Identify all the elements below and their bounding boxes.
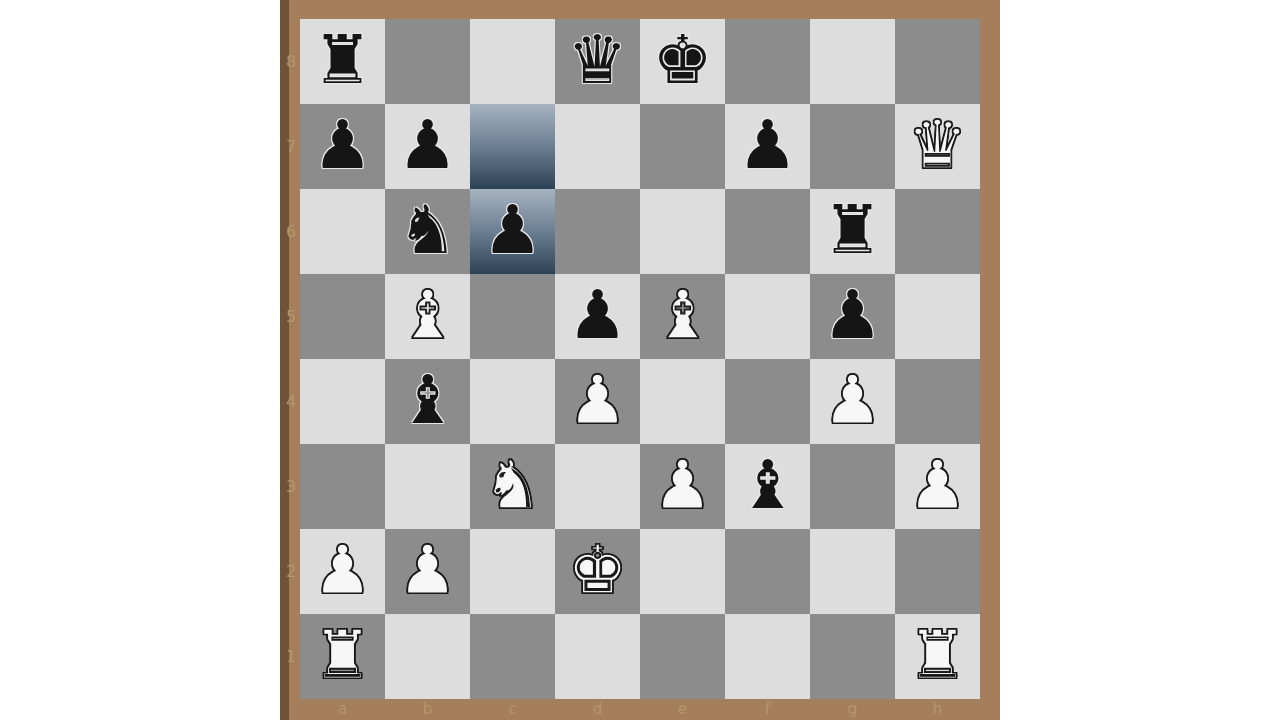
piece-black-pawn-c6[interactable]: ♟ bbox=[470, 189, 555, 274]
square-g7[interactable] bbox=[810, 104, 895, 189]
square-a6[interactable] bbox=[300, 189, 385, 274]
file-label-e: e bbox=[640, 698, 725, 720]
square-e8[interactable]: ♚ bbox=[640, 19, 725, 104]
square-d5[interactable]: ♟ bbox=[555, 274, 640, 359]
square-h5[interactable] bbox=[895, 274, 980, 359]
square-d8[interactable]: ♛ bbox=[555, 19, 640, 104]
file-label-h: h bbox=[895, 698, 980, 720]
piece-white-rook-h1[interactable]: ♜ bbox=[895, 614, 980, 699]
square-h4[interactable] bbox=[895, 359, 980, 444]
file-label-d: d bbox=[555, 698, 640, 720]
piece-white-pawn-d4[interactable]: ♟ bbox=[555, 359, 640, 444]
page: ♜♛♚♟♟♟♛♞♟♜♝♟♝♟♝♟♟♞♟♝♟♟♟♚♜♜ 87654321 abcd… bbox=[0, 0, 1280, 720]
piece-white-pawn-g4[interactable]: ♟ bbox=[810, 359, 895, 444]
square-g3[interactable] bbox=[810, 444, 895, 529]
square-f4[interactable] bbox=[725, 359, 810, 444]
piece-white-king-d2[interactable]: ♚ bbox=[555, 529, 640, 614]
rank-label-3: 3 bbox=[282, 444, 300, 529]
piece-white-rook-a1[interactable]: ♜ bbox=[300, 614, 385, 699]
square-f1[interactable] bbox=[725, 614, 810, 699]
piece-black-king-e8[interactable]: ♚ bbox=[640, 19, 725, 104]
square-c2[interactable] bbox=[470, 529, 555, 614]
piece-white-knight-c3[interactable]: ♞ bbox=[470, 444, 555, 529]
piece-black-pawn-g5[interactable]: ♟ bbox=[810, 274, 895, 359]
piece-black-pawn-a7[interactable]: ♟ bbox=[300, 104, 385, 189]
square-c4[interactable] bbox=[470, 359, 555, 444]
square-b4[interactable]: ♝ bbox=[385, 359, 470, 444]
square-c1[interactable] bbox=[470, 614, 555, 699]
square-d3[interactable] bbox=[555, 444, 640, 529]
square-g6[interactable]: ♜ bbox=[810, 189, 895, 274]
square-e4[interactable] bbox=[640, 359, 725, 444]
square-g1[interactable] bbox=[810, 614, 895, 699]
piece-black-queen-d8[interactable]: ♛ bbox=[555, 19, 640, 104]
square-e3[interactable]: ♟ bbox=[640, 444, 725, 529]
square-c7[interactable] bbox=[470, 104, 555, 189]
square-b8[interactable] bbox=[385, 19, 470, 104]
piece-white-pawn-e3[interactable]: ♟ bbox=[640, 444, 725, 529]
piece-white-pawn-b2[interactable]: ♟ bbox=[385, 529, 470, 614]
square-b1[interactable] bbox=[385, 614, 470, 699]
piece-black-bishop-f3[interactable]: ♝ bbox=[725, 444, 810, 529]
rank-label-8: 8 bbox=[282, 19, 300, 104]
square-f6[interactable] bbox=[725, 189, 810, 274]
square-b6[interactable]: ♞ bbox=[385, 189, 470, 274]
rank-label-1: 1 bbox=[282, 614, 300, 699]
file-label-c: c bbox=[470, 698, 555, 720]
square-h6[interactable] bbox=[895, 189, 980, 274]
chess-board[interactable]: ♜♛♚♟♟♟♛♞♟♜♝♟♝♟♝♟♟♞♟♝♟♟♟♚♜♜ bbox=[300, 19, 980, 699]
square-d7[interactable] bbox=[555, 104, 640, 189]
square-h3[interactable]: ♟ bbox=[895, 444, 980, 529]
square-e7[interactable] bbox=[640, 104, 725, 189]
square-c6[interactable]: ♟ bbox=[470, 189, 555, 274]
piece-black-pawn-b7[interactable]: ♟ bbox=[385, 104, 470, 189]
piece-white-bishop-b5[interactable]: ♝ bbox=[385, 274, 470, 359]
square-b2[interactable]: ♟ bbox=[385, 529, 470, 614]
square-g8[interactable] bbox=[810, 19, 895, 104]
square-a5[interactable] bbox=[300, 274, 385, 359]
square-b5[interactable]: ♝ bbox=[385, 274, 470, 359]
square-e2[interactable] bbox=[640, 529, 725, 614]
square-a7[interactable]: ♟ bbox=[300, 104, 385, 189]
square-g2[interactable] bbox=[810, 529, 895, 614]
rank-label-6: 6 bbox=[282, 189, 300, 274]
file-label-b: b bbox=[385, 698, 470, 720]
rank-label-2: 2 bbox=[282, 529, 300, 614]
square-g4[interactable]: ♟ bbox=[810, 359, 895, 444]
square-d1[interactable] bbox=[555, 614, 640, 699]
square-a3[interactable] bbox=[300, 444, 385, 529]
rank-label-5: 5 bbox=[282, 274, 300, 359]
square-g5[interactable]: ♟ bbox=[810, 274, 895, 359]
square-h8[interactable] bbox=[895, 19, 980, 104]
square-e1[interactable] bbox=[640, 614, 725, 699]
square-f3[interactable]: ♝ bbox=[725, 444, 810, 529]
rank-label-7: 7 bbox=[282, 104, 300, 189]
rank-label-4: 4 bbox=[282, 359, 300, 444]
square-b7[interactable]: ♟ bbox=[385, 104, 470, 189]
square-a4[interactable] bbox=[300, 359, 385, 444]
square-h1[interactable]: ♜ bbox=[895, 614, 980, 699]
square-d6[interactable] bbox=[555, 189, 640, 274]
square-f5[interactable] bbox=[725, 274, 810, 359]
square-h7[interactable]: ♛ bbox=[895, 104, 980, 189]
piece-black-pawn-d5[interactable]: ♟ bbox=[555, 274, 640, 359]
square-c5[interactable] bbox=[470, 274, 555, 359]
square-d4[interactable]: ♟ bbox=[555, 359, 640, 444]
square-a1[interactable]: ♜ bbox=[300, 614, 385, 699]
chess-board-frame: ♜♛♚♟♟♟♛♞♟♜♝♟♝♟♝♟♟♞♟♝♟♟♟♚♜♜ 87654321 abcd… bbox=[280, 0, 1000, 720]
square-f2[interactable] bbox=[725, 529, 810, 614]
square-d2[interactable]: ♚ bbox=[555, 529, 640, 614]
square-f7[interactable]: ♟ bbox=[725, 104, 810, 189]
file-label-g: g bbox=[810, 698, 895, 720]
file-label-f: f bbox=[725, 698, 810, 720]
piece-black-pawn-f7[interactable]: ♟ bbox=[725, 104, 810, 189]
piece-white-pawn-a2[interactable]: ♟ bbox=[300, 529, 385, 614]
square-c8[interactable] bbox=[470, 19, 555, 104]
square-a2[interactable]: ♟ bbox=[300, 529, 385, 614]
piece-white-bishop-e5[interactable]: ♝ bbox=[640, 274, 725, 359]
piece-black-bishop-b4[interactable]: ♝ bbox=[385, 359, 470, 444]
file-label-a: a bbox=[300, 698, 385, 720]
piece-black-rook-a8[interactable]: ♜ bbox=[300, 19, 385, 104]
square-b3[interactable] bbox=[385, 444, 470, 529]
square-e5[interactable]: ♝ bbox=[640, 274, 725, 359]
square-c3[interactable]: ♞ bbox=[470, 444, 555, 529]
piece-black-rook-g6[interactable]: ♜ bbox=[810, 189, 895, 274]
square-a8[interactable]: ♜ bbox=[300, 19, 385, 104]
square-h2[interactable] bbox=[895, 529, 980, 614]
square-f8[interactable] bbox=[725, 19, 810, 104]
piece-black-knight-b6[interactable]: ♞ bbox=[385, 189, 470, 274]
piece-white-pawn-h3[interactable]: ♟ bbox=[895, 444, 980, 529]
square-e6[interactable] bbox=[640, 189, 725, 274]
piece-white-queen-h7[interactable]: ♛ bbox=[895, 104, 980, 189]
